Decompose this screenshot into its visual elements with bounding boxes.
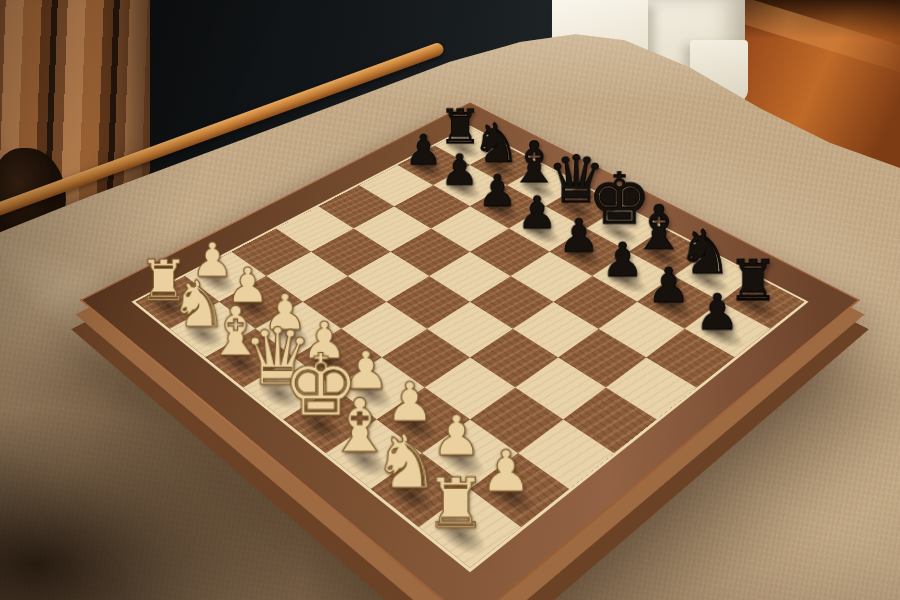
square-h4[interactable]	[563, 388, 656, 454]
piece-white-rook[interactable]: ♜	[419, 469, 492, 538]
chess-scene: ♜♞♝♛♚♝♞♜♟♟♟♟♟♟♟♟♟♟♟♟♟♟♟♟♜♞♝♛♚♝♞♜	[0, 0, 900, 600]
piece-black-pawn[interactable]: ♟	[687, 287, 748, 337]
